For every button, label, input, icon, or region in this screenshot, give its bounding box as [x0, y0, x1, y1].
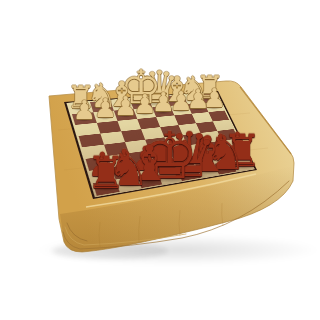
- square-a8: [231, 158, 253, 171]
- chess-set-product-photo: ♜♞♝♚♛♝♞♜♟♟♟♟♟♟♟♟♟♟♟♟♟♟♟♟♜♞♝♚♛♝♞♜: [0, 0, 320, 320]
